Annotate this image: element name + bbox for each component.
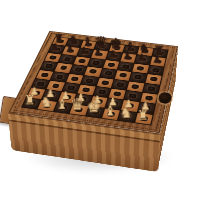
chess-board: ♜♞♝♛♚♝♞♜♟♟♟♟♟♟♟♟♟♟♟♟♟♟♟♟♜♞♝♛♚♝♞♜	[21, 36, 169, 125]
chess-box: ♜♞♝♛♚♝♞♜♟♟♟♟♟♟♟♟♟♟♟♟♟♟♟♟♜♞♝♛♚♝♞♜	[9, 31, 178, 133]
peg-hole	[60, 65, 68, 70]
square-h5[interactable]	[145, 74, 161, 84]
peg-hole	[92, 61, 100, 66]
square-e5[interactable]	[100, 68, 117, 78]
peg-hole	[78, 59, 86, 64]
square-c5[interactable]	[70, 65, 87, 75]
peg-hole	[132, 84, 140, 89]
peg-hole	[56, 74, 64, 79]
peg-hole	[89, 69, 97, 74]
peg-hole	[107, 62, 115, 67]
peg-hole	[74, 67, 82, 72]
square-b5[interactable]	[55, 63, 72, 73]
peg-hole	[134, 75, 142, 80]
peg-hole	[147, 86, 155, 91]
peg-hole	[152, 68, 160, 73]
piece-white-rook-h1[interactable]: ♜	[132, 109, 154, 122]
peg-hole	[63, 57, 71, 62]
peg-hole	[104, 71, 112, 76]
peg-hole	[122, 64, 130, 69]
peg-hole	[49, 55, 57, 60]
peg-hole	[86, 78, 94, 83]
peg-hole	[101, 80, 109, 85]
square-f5[interactable]	[115, 70, 132, 80]
peg-hole	[116, 82, 124, 87]
peg-hole	[71, 76, 79, 81]
square-g4[interactable]	[127, 81, 144, 92]
piece-black-pawn-h7[interactable]: ♟	[147, 55, 167, 65]
photo-scene: ♜♞♝♛♚♝♞♜♟♟♟♟♟♟♟♟♟♟♟♟♟♟♟♟♜♞♝♛♚♝♞♜	[0, 0, 200, 200]
peg-hole	[119, 73, 127, 78]
square-h6[interactable]	[148, 65, 164, 75]
square-h7[interactable]: ♟	[150, 57, 166, 67]
peg-hole	[41, 72, 49, 77]
square-h4[interactable]	[143, 83, 160, 94]
square-h1[interactable]: ♜	[135, 113, 153, 125]
peg-hole	[45, 64, 53, 69]
square-e6[interactable]	[103, 60, 119, 70]
peg-hole	[150, 77, 158, 82]
peg-hole	[137, 66, 145, 71]
